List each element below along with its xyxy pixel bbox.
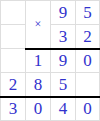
cell-r2c3: 3 xyxy=(51,25,76,49)
cell-r2c4: 2 xyxy=(76,25,100,49)
cell-r3c1 xyxy=(1,49,26,73)
cell-r1c1 xyxy=(1,1,26,25)
cell-r5c1: 3 xyxy=(1,97,26,121)
cell-r4c4 xyxy=(76,73,100,97)
long-multiplication-worksheet: × 9 5 3 2 1 9 0 2 8 5 3 0 4 0 xyxy=(0,0,99,121)
cell-r1c4: 5 xyxy=(76,1,100,25)
cell-r5c3: 4 xyxy=(51,97,76,121)
row-partial-product-1: 1 9 0 xyxy=(1,49,100,73)
cell-r5c2: 0 xyxy=(26,97,51,121)
cell-r4c1: 2 xyxy=(1,73,26,97)
cell-r3c2: 1 xyxy=(26,49,51,73)
cell-r5c4: 0 xyxy=(76,97,100,121)
row-multiplier: 3 2 xyxy=(1,25,100,49)
cell-r1c3: 9 xyxy=(51,1,76,25)
row-partial-product-2: 2 8 5 xyxy=(1,73,100,97)
cell-r2c1 xyxy=(1,25,26,49)
row-product: 3 0 4 0 xyxy=(1,97,100,121)
multiplication-sign: × xyxy=(26,1,51,49)
cell-r4c3: 5 xyxy=(51,73,76,97)
cell-r3c4: 0 xyxy=(76,49,100,73)
multiplication-grid: × 9 5 3 2 1 9 0 2 8 5 3 0 4 0 xyxy=(0,0,100,121)
row-multiplicand: × 9 5 xyxy=(1,1,100,25)
cell-r4c2: 8 xyxy=(26,73,51,97)
cell-r3c3: 9 xyxy=(51,49,76,73)
